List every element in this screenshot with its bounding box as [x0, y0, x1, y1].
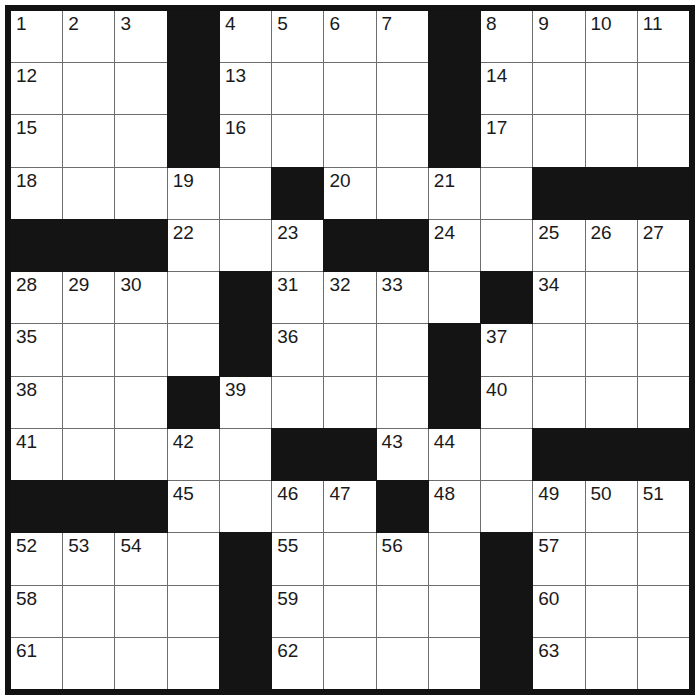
- cell-r6c12[interactable]: [586, 272, 637, 323]
- cell-r4c3[interactable]: [115, 168, 166, 219]
- clue-number: 40: [481, 377, 532, 400]
- cell-r13c8[interactable]: [377, 638, 428, 689]
- cell-r1c13[interactable]: 11: [638, 11, 689, 62]
- clue-number: 1: [11, 11, 62, 34]
- block-r6c5: [220, 272, 271, 323]
- clue-number: 6: [324, 11, 375, 34]
- clue-number: 19: [168, 168, 219, 191]
- block-r1c9: [429, 11, 480, 62]
- clue-number: 50: [586, 481, 637, 504]
- cell-r8c13[interactable]: [638, 377, 689, 428]
- page: 1234567891011121314151617181920212223242…: [0, 0, 700, 700]
- cell-r6c13[interactable]: [638, 272, 689, 323]
- block-r12c5: [220, 586, 271, 637]
- cell-r10c5[interactable]: [220, 481, 271, 532]
- cell-r3c5[interactable]: 16: [220, 115, 271, 166]
- cell-r5c9[interactable]: 24: [429, 220, 480, 271]
- block-r2c4: [168, 63, 219, 114]
- cell-r6c9[interactable]: [429, 272, 480, 323]
- cell-r1c8[interactable]: 7: [377, 11, 428, 62]
- cell-r4c4[interactable]: 19: [168, 168, 219, 219]
- clue-number: 28: [11, 272, 62, 295]
- cell-r12c9[interactable]: [429, 586, 480, 637]
- cell-r2c2[interactable]: [63, 63, 114, 114]
- cell-r7c12[interactable]: [586, 324, 637, 375]
- clue-number: 48: [429, 481, 480, 504]
- cell-r12c4[interactable]: [168, 586, 219, 637]
- clue-number: 58: [11, 586, 62, 609]
- cell-r2c6[interactable]: [272, 63, 323, 114]
- cell-r8c8[interactable]: [377, 377, 428, 428]
- cell-r2c1[interactable]: 12: [11, 63, 62, 114]
- clue-number: 33: [377, 272, 428, 295]
- clue-number: 38: [11, 377, 62, 400]
- block-r5c3: [115, 220, 166, 271]
- cell-r2c13[interactable]: [638, 63, 689, 114]
- cell-r11c6[interactable]: 55: [272, 533, 323, 584]
- cell-r9c10[interactable]: [481, 429, 532, 480]
- cell-r1c10[interactable]: 8: [481, 11, 532, 62]
- clue-number: 30: [115, 272, 166, 295]
- clue-number: 12: [11, 63, 62, 86]
- clue-number: 51: [638, 481, 689, 504]
- clue-number: 5: [272, 11, 323, 34]
- cell-r5c10[interactable]: [481, 220, 532, 271]
- cell-r8c2[interactable]: [63, 377, 114, 428]
- clue-number: 18: [11, 168, 62, 191]
- cell-r12c6[interactable]: 59: [272, 586, 323, 637]
- clue-number: 43: [377, 429, 428, 452]
- cell-r4c7[interactable]: 20: [324, 168, 375, 219]
- block-r4c11: [533, 168, 584, 219]
- cell-r6c6[interactable]: 31: [272, 272, 323, 323]
- clue-number: 56: [377, 533, 428, 556]
- clue-number: 61: [11, 638, 62, 661]
- cell-r4c5[interactable]: [220, 168, 271, 219]
- cell-r11c8[interactable]: 56: [377, 533, 428, 584]
- block-r9c12: [586, 429, 637, 480]
- clue-number: 45: [168, 481, 219, 504]
- cell-r13c13[interactable]: [638, 638, 689, 689]
- block-r9c13: [638, 429, 689, 480]
- clue-number: 2: [63, 11, 114, 34]
- block-r9c11: [533, 429, 584, 480]
- cell-r11c3[interactable]: 54: [115, 533, 166, 584]
- cell-r13c12[interactable]: [586, 638, 637, 689]
- cell-r2c11[interactable]: [533, 63, 584, 114]
- clue-number: 3: [115, 11, 166, 34]
- clue-number: 37: [481, 324, 532, 347]
- cell-r6c11[interactable]: 34: [533, 272, 584, 323]
- cell-r13c4[interactable]: [168, 638, 219, 689]
- cell-r9c8[interactable]: 43: [377, 429, 428, 480]
- cell-r11c1[interactable]: 52: [11, 533, 62, 584]
- block-r8c9: [429, 377, 480, 428]
- cell-r13c11[interactable]: 63: [533, 638, 584, 689]
- cell-r2c12[interactable]: [586, 63, 637, 114]
- clue-number: 24: [429, 220, 480, 243]
- cell-r9c5[interactable]: [220, 429, 271, 480]
- cell-r4c9[interactable]: 21: [429, 168, 480, 219]
- block-r9c7: [324, 429, 375, 480]
- cell-r11c7[interactable]: [324, 533, 375, 584]
- cell-r1c7[interactable]: 6: [324, 11, 375, 62]
- cell-r12c1[interactable]: 58: [11, 586, 62, 637]
- cell-r3c6[interactable]: [272, 115, 323, 166]
- cell-r10c4[interactable]: 45: [168, 481, 219, 532]
- cell-r6c3[interactable]: 30: [115, 272, 166, 323]
- block-r9c6: [272, 429, 323, 480]
- cell-r1c3[interactable]: 3: [115, 11, 166, 62]
- cell-r11c11[interactable]: 57: [533, 533, 584, 584]
- cell-r8c7[interactable]: [324, 377, 375, 428]
- cell-r13c9[interactable]: [429, 638, 480, 689]
- clue-number: 17: [481, 115, 532, 138]
- cell-r13c7[interactable]: [324, 638, 375, 689]
- cell-r5c6[interactable]: 23: [272, 220, 323, 271]
- cell-r12c7[interactable]: [324, 586, 375, 637]
- cell-r8c5[interactable]: 39: [220, 377, 271, 428]
- cell-r6c8[interactable]: 33: [377, 272, 428, 323]
- clue-number: 20: [324, 168, 375, 191]
- clue-number: 41: [11, 429, 62, 452]
- clue-number: 8: [481, 11, 532, 34]
- cell-r7c4[interactable]: [168, 324, 219, 375]
- cell-r10c13[interactable]: 51: [638, 481, 689, 532]
- cell-r3c13[interactable]: [638, 115, 689, 166]
- cell-r6c4[interactable]: [168, 272, 219, 323]
- cell-r7c3[interactable]: [115, 324, 166, 375]
- cell-r10c12[interactable]: 50: [586, 481, 637, 532]
- cell-r5c13[interactable]: 27: [638, 220, 689, 271]
- cell-r6c2[interactable]: 29: [63, 272, 114, 323]
- cell-r10c7[interactable]: 47: [324, 481, 375, 532]
- block-r10c3: [115, 481, 166, 532]
- cell-r10c6[interactable]: 46: [272, 481, 323, 532]
- cell-r3c8[interactable]: [377, 115, 428, 166]
- cell-r11c12[interactable]: [586, 533, 637, 584]
- block-r6c10: [481, 272, 532, 323]
- cell-r11c4[interactable]: [168, 533, 219, 584]
- cell-r8c3[interactable]: [115, 377, 166, 428]
- cell-r7c10[interactable]: 37: [481, 324, 532, 375]
- clue-number: 57: [533, 533, 584, 556]
- cell-r13c1[interactable]: 61: [11, 638, 62, 689]
- cell-r8c12[interactable]: [586, 377, 637, 428]
- block-r13c10: [481, 638, 532, 689]
- clue-number: 35: [11, 324, 62, 347]
- cell-r13c3[interactable]: [115, 638, 166, 689]
- clue-number: 55: [272, 533, 323, 556]
- clue-number: 59: [272, 586, 323, 609]
- clue-number: 15: [11, 115, 62, 138]
- cell-r3c1[interactable]: 15: [11, 115, 62, 166]
- clue-number: 63: [533, 638, 584, 661]
- clue-number: 34: [533, 272, 584, 295]
- clue-number: 9: [533, 11, 584, 34]
- clue-number: 25: [533, 220, 584, 243]
- block-r7c5: [220, 324, 271, 375]
- cell-r11c13[interactable]: [638, 533, 689, 584]
- clue-number: 11: [638, 11, 689, 34]
- clue-number: 32: [324, 272, 375, 295]
- block-r5c7: [324, 220, 375, 271]
- cell-r2c8[interactable]: [377, 63, 428, 114]
- cell-r8c10[interactable]: 40: [481, 377, 532, 428]
- cell-r11c9[interactable]: [429, 533, 480, 584]
- cell-r3c3[interactable]: [115, 115, 166, 166]
- clue-number: 4: [220, 11, 271, 34]
- block-r8c4: [168, 377, 219, 428]
- cell-r3c2[interactable]: [63, 115, 114, 166]
- crossword-board: 1234567891011121314151617181920212223242…: [5, 5, 695, 695]
- cell-r5c11[interactable]: 25: [533, 220, 584, 271]
- cell-r9c9[interactable]: 44: [429, 429, 480, 480]
- clue-number: 31: [272, 272, 323, 295]
- clue-number: 62: [272, 638, 323, 661]
- cell-r1c1[interactable]: 1: [11, 11, 62, 62]
- clue-number: 16: [220, 115, 271, 138]
- cell-r5c12[interactable]: 26: [586, 220, 637, 271]
- cell-r8c1[interactable]: 38: [11, 377, 62, 428]
- cell-r7c11[interactable]: [533, 324, 584, 375]
- block-r4c6: [272, 168, 323, 219]
- clue-number: 22: [168, 220, 219, 243]
- clue-number: 14: [481, 63, 532, 86]
- block-r1c4: [168, 11, 219, 62]
- clue-number: 52: [11, 533, 62, 556]
- cell-r1c6[interactable]: 5: [272, 11, 323, 62]
- cell-r4c8[interactable]: [377, 168, 428, 219]
- cell-r5c4[interactable]: 22: [168, 220, 219, 271]
- cell-r10c9[interactable]: 48: [429, 481, 480, 532]
- block-r4c13: [638, 168, 689, 219]
- clue-number: 27: [638, 220, 689, 243]
- block-r10c8: [377, 481, 428, 532]
- block-r10c1: [11, 481, 62, 532]
- cell-r12c8[interactable]: [377, 586, 428, 637]
- cell-r3c12[interactable]: [586, 115, 637, 166]
- block-r10c2: [63, 481, 114, 532]
- cell-r8c6[interactable]: [272, 377, 323, 428]
- cell-r9c3[interactable]: [115, 429, 166, 480]
- cell-r4c10[interactable]: [481, 168, 532, 219]
- clue-number: 46: [272, 481, 323, 504]
- clue-number: 7: [377, 11, 428, 34]
- cell-r7c1[interactable]: 35: [11, 324, 62, 375]
- block-r7c9: [429, 324, 480, 375]
- block-r5c2: [63, 220, 114, 271]
- cell-r4c1[interactable]: 18: [11, 168, 62, 219]
- clue-number: 10: [586, 11, 637, 34]
- clue-number: 23: [272, 220, 323, 243]
- cell-r3c11[interactable]: [533, 115, 584, 166]
- cell-r12c11[interactable]: 60: [533, 586, 584, 637]
- clue-number: 36: [272, 324, 323, 347]
- cell-r13c6[interactable]: 62: [272, 638, 323, 689]
- block-r3c9: [429, 115, 480, 166]
- block-r3c4: [168, 115, 219, 166]
- clue-number: 47: [324, 481, 375, 504]
- clue-number: 54: [115, 533, 166, 556]
- cell-r11c2[interactable]: 53: [63, 533, 114, 584]
- cell-r2c5[interactable]: 13: [220, 63, 271, 114]
- cell-r12c3[interactable]: [115, 586, 166, 637]
- clue-number: 29: [63, 272, 114, 295]
- cell-r1c5[interactable]: 4: [220, 11, 271, 62]
- cell-r9c1[interactable]: 41: [11, 429, 62, 480]
- cell-r7c7[interactable]: [324, 324, 375, 375]
- cell-r9c4[interactable]: 42: [168, 429, 219, 480]
- clue-number: 49: [533, 481, 584, 504]
- clue-number: 53: [63, 533, 114, 556]
- block-r12c10: [481, 586, 532, 637]
- cell-r7c6[interactable]: 36: [272, 324, 323, 375]
- cell-r12c2[interactable]: [63, 586, 114, 637]
- cell-r2c10[interactable]: 14: [481, 63, 532, 114]
- cell-r1c11[interactable]: 9: [533, 11, 584, 62]
- clue-number: 13: [220, 63, 271, 86]
- block-r5c1: [11, 220, 62, 271]
- clue-number: 60: [533, 586, 584, 609]
- clue-number: 44: [429, 429, 480, 452]
- cell-r9c2[interactable]: [63, 429, 114, 480]
- cell-r12c13[interactable]: [638, 586, 689, 637]
- cell-r3c7[interactable]: [324, 115, 375, 166]
- clue-number: 42: [168, 429, 219, 452]
- cell-r1c12[interactable]: 10: [586, 11, 637, 62]
- block-r2c9: [429, 63, 480, 114]
- cell-r6c7[interactable]: 32: [324, 272, 375, 323]
- cell-r4c2[interactable]: [63, 168, 114, 219]
- cell-r2c7[interactable]: [324, 63, 375, 114]
- clue-number: 21: [429, 168, 480, 191]
- cell-r10c11[interactable]: 49: [533, 481, 584, 532]
- cell-r7c2[interactable]: [63, 324, 114, 375]
- cell-r13c2[interactable]: [63, 638, 114, 689]
- cell-r7c8[interactable]: [377, 324, 428, 375]
- cell-r7c13[interactable]: [638, 324, 689, 375]
- clue-number: 26: [586, 220, 637, 243]
- cell-r2c3[interactable]: [115, 63, 166, 114]
- cell-r10c10[interactable]: [481, 481, 532, 532]
- cell-r12c12[interactable]: [586, 586, 637, 637]
- cell-r3c10[interactable]: 17: [481, 115, 532, 166]
- block-r11c10: [481, 533, 532, 584]
- clue-number: 39: [220, 377, 271, 400]
- cell-r5c5[interactable]: [220, 220, 271, 271]
- block-r5c8: [377, 220, 428, 271]
- block-r4c12: [586, 168, 637, 219]
- block-r13c5: [220, 638, 271, 689]
- cell-r1c2[interactable]: 2: [63, 11, 114, 62]
- cell-r8c11[interactable]: [533, 377, 584, 428]
- cell-r6c1[interactable]: 28: [11, 272, 62, 323]
- block-r11c5: [220, 533, 271, 584]
